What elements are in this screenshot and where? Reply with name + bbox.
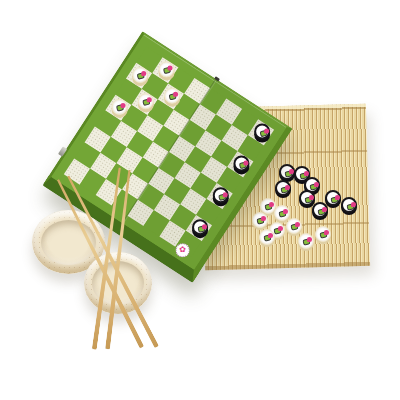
filling-pink (324, 230, 329, 235)
roll-top (158, 61, 174, 77)
filling-pink (201, 223, 206, 228)
roll-top (312, 202, 328, 218)
roll-top (132, 66, 148, 82)
roll-top (259, 229, 275, 245)
black-sushi-piece[interactable] (279, 164, 295, 180)
filling-pink (351, 202, 356, 207)
board-side-latch (58, 146, 67, 156)
filling-pink (295, 222, 300, 227)
white-sushi-piece[interactable] (298, 233, 314, 249)
roll-top (254, 123, 270, 139)
roll-top (138, 93, 154, 109)
filling-pink (141, 70, 146, 75)
sushi-chess-logo-badge: ✿ (176, 243, 190, 257)
white-sushi-piece[interactable] (158, 61, 174, 77)
white-sushi-piece[interactable] (164, 87, 180, 103)
black-sushi-piece[interactable] (192, 218, 208, 234)
black-sushi-piece[interactable] (341, 197, 357, 213)
roll-top (286, 218, 302, 234)
filling-pink (307, 237, 312, 242)
roll-top (275, 180, 291, 196)
filling-pink (283, 209, 288, 214)
white-sushi-piece[interactable] (315, 226, 331, 242)
roll-top (279, 164, 295, 180)
filling-pink (261, 216, 266, 221)
logo-flower-icon: ✿ (179, 246, 186, 254)
white-sushi-piece[interactable] (132, 66, 148, 82)
roll-top (233, 155, 249, 171)
filling-pink (289, 169, 294, 174)
roll-top (192, 218, 208, 234)
black-sushi-piece[interactable] (254, 123, 270, 139)
filling-pink (172, 91, 177, 96)
roll-top (164, 87, 180, 103)
filling-pink (335, 195, 340, 200)
white-sushi-piece[interactable] (111, 98, 127, 114)
white-sushi-piece[interactable] (138, 93, 154, 109)
white-sushi-piece[interactable] (286, 218, 302, 234)
filling-pink (222, 192, 227, 197)
filling-pink (243, 160, 248, 165)
filling-pink (314, 182, 319, 187)
white-sushi-piece[interactable] (259, 229, 275, 245)
filling-pink (309, 195, 314, 200)
roll-top (341, 197, 357, 213)
filling-pink (285, 185, 290, 190)
roll-top (252, 212, 268, 228)
filling-pink (322, 207, 327, 212)
roll-top (315, 226, 331, 242)
black-sushi-piece[interactable] (275, 180, 291, 196)
filling-pink (269, 202, 274, 207)
roll-top (111, 98, 127, 114)
roll-top (298, 233, 314, 249)
filling-pink (264, 128, 269, 133)
filling-pink (278, 226, 283, 231)
black-sushi-piece[interactable] (233, 155, 249, 171)
filling-pink (120, 102, 125, 107)
black-sushi-piece[interactable] (312, 202, 328, 218)
product-photo-scene: ✿ (0, 0, 400, 400)
white-sushi-piece[interactable] (252, 212, 268, 228)
filling-pink (304, 171, 309, 176)
black-sushi-piece[interactable] (213, 187, 229, 203)
filling-pink (268, 233, 273, 238)
roll-top (213, 187, 229, 203)
filling-pink (146, 97, 151, 102)
filling-pink (167, 65, 172, 70)
